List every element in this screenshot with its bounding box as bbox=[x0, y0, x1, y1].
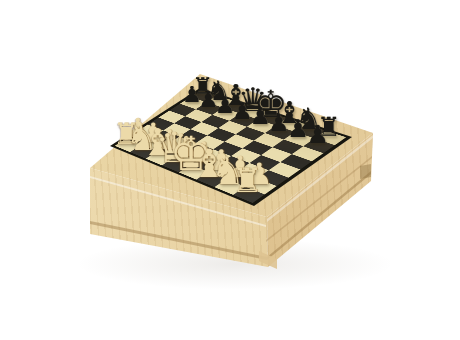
soft-ground-shadow bbox=[75, 238, 395, 290]
product-photo-scene: ♜♞♟♝♟♛♟♚♟♝♟♞♟♜♟♟♟♜♟♟♞♟♝♟♛♟♚♟♝♟♞♜ bbox=[0, 0, 460, 340]
chessboard bbox=[110, 88, 352, 206]
